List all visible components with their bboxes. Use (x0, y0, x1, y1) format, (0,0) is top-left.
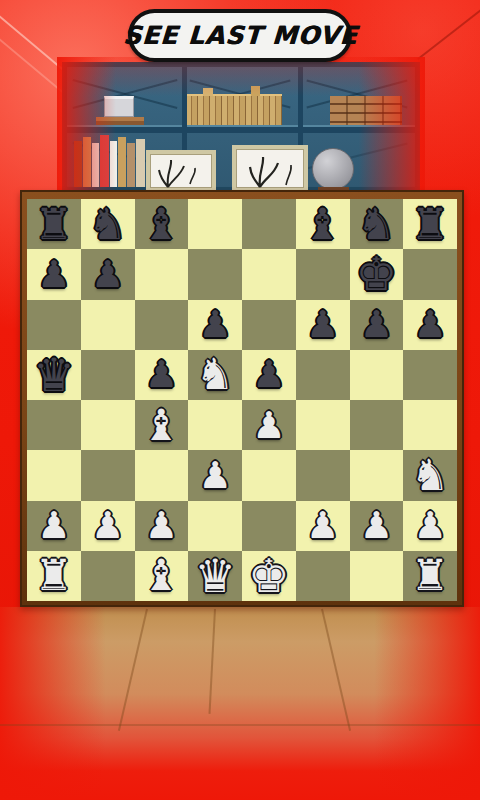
board-grid: ♜♞♝♝♞♜♟♟♚♟♟♟♟♛♟♞♟♝♟♟♞♟♟♟♟♟♟♜♝♛♚♜ (27, 199, 457, 601)
square-f8[interactable]: ♝ (296, 199, 350, 249)
piece-white-rook[interactable]: ♜ (35, 554, 74, 597)
square-h2[interactable]: ♟ (403, 501, 457, 551)
square-b5[interactable] (81, 350, 135, 400)
book-spine (74, 141, 82, 187)
piece-white-pawn[interactable]: ♟ (306, 507, 339, 544)
square-h7[interactable] (403, 249, 457, 299)
ceiling-line-right (417, 0, 480, 60)
square-d4[interactable] (188, 400, 242, 450)
picture-frame-right (232, 145, 308, 192)
piece-white-king[interactable]: ♚ (248, 553, 289, 599)
square-b6[interactable] (81, 300, 135, 350)
square-g2[interactable]: ♟ (350, 501, 404, 551)
square-c8[interactable]: ♝ (135, 199, 189, 249)
square-h6[interactable]: ♟ (403, 300, 457, 350)
piece-black-bishop[interactable]: ♝ (303, 203, 342, 246)
piece-white-pawn[interactable]: ♟ (37, 507, 70, 544)
square-c1[interactable]: ♝ (135, 551, 189, 601)
square-e5[interactable]: ♟ (242, 350, 296, 400)
square-a5[interactable]: ♛ (27, 350, 81, 400)
book-spine (100, 135, 109, 187)
app-screen: SEE LAST MOVE ♜♞♝♝♞♜♟♟♚♟♟♟♟♛♟♞♟♝♟♟♞♟♟♟♟♟… (0, 0, 480, 800)
piece-black-rook[interactable]: ♜ (35, 203, 74, 246)
square-g3[interactable] (350, 450, 404, 500)
piece-black-pawn[interactable]: ♟ (37, 256, 70, 293)
square-e1[interactable]: ♚ (242, 551, 296, 601)
square-d5[interactable]: ♞ (188, 350, 242, 400)
piece-white-queen[interactable]: ♛ (195, 553, 236, 599)
piece-white-bishop[interactable]: ♝ (142, 404, 181, 447)
square-d6[interactable]: ♟ (188, 300, 242, 350)
piece-black-bishop[interactable]: ♝ (142, 203, 181, 246)
storage-box (104, 96, 134, 117)
square-h3[interactable]: ♞ (403, 450, 457, 500)
square-c7[interactable] (135, 249, 189, 299)
square-b8[interactable]: ♞ (81, 199, 135, 249)
piece-black-pawn[interactable]: ♟ (145, 356, 178, 393)
square-c2[interactable]: ♟ (135, 501, 189, 551)
square-a1[interactable]: ♜ (27, 551, 81, 601)
square-h5[interactable] (403, 350, 457, 400)
square-a4[interactable] (27, 400, 81, 450)
book-spine (83, 137, 91, 187)
square-a6[interactable] (27, 300, 81, 350)
square-g8[interactable]: ♞ (350, 199, 404, 249)
book-spine (110, 141, 117, 187)
floor (0, 607, 480, 800)
book-spines (74, 131, 148, 187)
book-row (186, 94, 282, 125)
piece-white-rook[interactable]: ♜ (411, 554, 450, 597)
book-spine (136, 139, 145, 187)
square-f4[interactable] (296, 400, 350, 450)
book-spine (203, 88, 213, 96)
bookshelf (62, 62, 420, 192)
square-b1[interactable] (81, 551, 135, 601)
square-a3[interactable] (27, 450, 81, 500)
frame-art (236, 149, 304, 188)
book-spine (92, 143, 99, 187)
piece-black-pawn[interactable]: ♟ (306, 306, 339, 343)
piece-white-pawn[interactable]: ♟ (199, 457, 232, 494)
square-f5[interactable] (296, 350, 350, 400)
square-h8[interactable]: ♜ (403, 199, 457, 249)
chess-board: ♜♞♝♝♞♜♟♟♚♟♟♟♟♛♟♞♟♝♟♟♞♟♟♟♟♟♟♜♝♛♚♜ (20, 190, 464, 607)
square-a8[interactable]: ♜ (27, 199, 81, 249)
piece-white-pawn[interactable]: ♟ (91, 507, 124, 544)
square-d3[interactable]: ♟ (188, 450, 242, 500)
square-g1[interactable] (350, 551, 404, 601)
piece-white-bishop[interactable]: ♝ (142, 554, 181, 597)
piece-black-rook[interactable]: ♜ (411, 203, 450, 246)
book-spine (118, 137, 126, 187)
square-b7[interactable]: ♟ (81, 249, 135, 299)
square-g7[interactable]: ♚ (350, 249, 404, 299)
square-e7[interactable] (242, 249, 296, 299)
square-e8[interactable] (242, 199, 296, 249)
square-c5[interactable]: ♟ (135, 350, 189, 400)
square-h1[interactable]: ♜ (403, 551, 457, 601)
square-a2[interactable]: ♟ (27, 501, 81, 551)
square-d1[interactable]: ♛ (188, 551, 242, 601)
floor-seam (321, 609, 351, 731)
square-c3[interactable] (135, 450, 189, 500)
square-b2[interactable]: ♟ (81, 501, 135, 551)
globe-ornament (312, 148, 354, 190)
floor-seam (0, 724, 480, 726)
book-stack-left (96, 117, 144, 125)
piece-black-knight[interactable]: ♞ (88, 203, 127, 246)
square-f7[interactable] (296, 249, 350, 299)
square-f3[interactable] (296, 450, 350, 500)
book-stacks-right (330, 96, 402, 125)
square-e4[interactable]: ♟ (242, 400, 296, 450)
floor-seam (209, 609, 216, 714)
piece-white-pawn[interactable]: ♟ (145, 507, 178, 544)
square-b3[interactable] (81, 450, 135, 500)
square-h4[interactable] (403, 400, 457, 450)
square-c4[interactable]: ♝ (135, 400, 189, 450)
piece-white-knight[interactable]: ♞ (411, 454, 450, 497)
piece-black-pawn[interactable]: ♟ (360, 306, 393, 343)
piece-black-pawn[interactable]: ♟ (414, 306, 447, 343)
frame-art (150, 154, 212, 188)
square-e6[interactable] (242, 300, 296, 350)
see-last-move-button[interactable]: SEE LAST MOVE (128, 9, 352, 62)
square-d2[interactable] (188, 501, 242, 551)
square-d8[interactable] (188, 199, 242, 249)
square-c6[interactable] (135, 300, 189, 350)
square-e3[interactable] (242, 450, 296, 500)
square-g5[interactable] (350, 350, 404, 400)
piece-black-king[interactable]: ♚ (356, 251, 397, 297)
square-f2[interactable]: ♟ (296, 501, 350, 551)
square-g6[interactable]: ♟ (350, 300, 404, 350)
piece-white-knight[interactable]: ♞ (196, 353, 235, 396)
book-spine (251, 86, 260, 96)
piece-black-pawn[interactable]: ♟ (91, 256, 124, 293)
square-f6[interactable]: ♟ (296, 300, 350, 350)
piece-black-pawn[interactable]: ♟ (252, 356, 285, 393)
square-b4[interactable] (81, 400, 135, 450)
floor-seam (118, 609, 148, 731)
piece-black-pawn[interactable]: ♟ (199, 306, 232, 343)
piece-white-pawn[interactable]: ♟ (360, 507, 393, 544)
piece-black-knight[interactable]: ♞ (357, 203, 396, 246)
square-e2[interactable] (242, 501, 296, 551)
square-a7[interactable]: ♟ (27, 249, 81, 299)
piece-white-pawn[interactable]: ♟ (414, 507, 447, 544)
see-last-move-label: SEE LAST MOVE (122, 21, 358, 50)
piece-black-queen[interactable]: ♛ (33, 352, 74, 398)
square-d7[interactable] (188, 249, 242, 299)
square-f1[interactable] (296, 551, 350, 601)
square-g4[interactable] (350, 400, 404, 450)
piece-white-pawn[interactable]: ♟ (252, 407, 285, 444)
picture-frame-left (146, 150, 216, 192)
book-spine (127, 143, 135, 187)
